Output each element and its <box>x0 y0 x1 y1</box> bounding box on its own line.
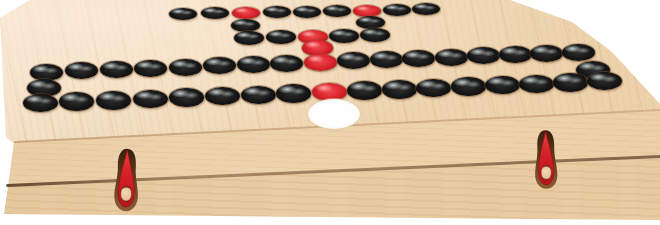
red-peg[interactable] <box>304 54 337 71</box>
black-peg[interactable] <box>169 88 204 107</box>
black-peg[interactable] <box>134 60 167 77</box>
black-peg[interactable] <box>337 52 370 69</box>
black-peg[interactable] <box>65 62 98 79</box>
black-peg[interactable] <box>519 75 554 94</box>
black-peg[interactable] <box>263 6 291 18</box>
ribbon-latch-left[interactable] <box>107 146 146 215</box>
black-peg[interactable] <box>499 46 532 63</box>
black-peg[interactable] <box>276 84 311 103</box>
black-peg[interactable] <box>530 45 563 62</box>
black-peg[interactable] <box>231 19 260 32</box>
black-peg[interactable] <box>370 51 403 68</box>
black-peg[interactable] <box>237 56 270 73</box>
black-peg[interactable] <box>356 16 385 29</box>
black-peg[interactable] <box>451 77 486 96</box>
red-peg[interactable] <box>353 5 381 17</box>
black-peg[interactable] <box>293 6 321 18</box>
black-peg[interactable] <box>553 73 588 92</box>
black-peg[interactable] <box>562 44 595 61</box>
black-peg[interactable] <box>133 90 168 109</box>
black-peg[interactable] <box>96 91 131 110</box>
finger-hole <box>308 99 360 129</box>
black-peg[interactable] <box>205 87 240 106</box>
black-peg[interactable] <box>402 50 435 67</box>
black-peg[interactable] <box>467 47 500 64</box>
red-peg[interactable] <box>232 7 260 19</box>
screenshot-canvas <box>0 0 660 225</box>
black-peg[interactable] <box>382 80 417 99</box>
black-peg[interactable] <box>435 49 468 66</box>
black-peg[interactable] <box>169 8 197 20</box>
ribbon-latch-right[interactable] <box>529 126 562 194</box>
black-peg[interactable] <box>270 55 303 72</box>
black-peg[interactable] <box>169 59 202 76</box>
black-peg[interactable] <box>201 7 229 19</box>
black-peg[interactable] <box>347 81 382 100</box>
black-peg[interactable] <box>30 64 63 81</box>
black-peg[interactable] <box>241 86 276 105</box>
black-peg[interactable] <box>587 72 622 91</box>
black-peg[interactable] <box>100 61 133 78</box>
black-peg[interactable] <box>59 92 94 111</box>
black-peg[interactable] <box>203 57 236 74</box>
black-peg[interactable] <box>360 28 390 42</box>
black-peg[interactable] <box>23 94 58 113</box>
black-peg[interactable] <box>416 79 451 98</box>
black-peg[interactable] <box>329 29 359 43</box>
black-peg[interactable] <box>383 4 411 16</box>
